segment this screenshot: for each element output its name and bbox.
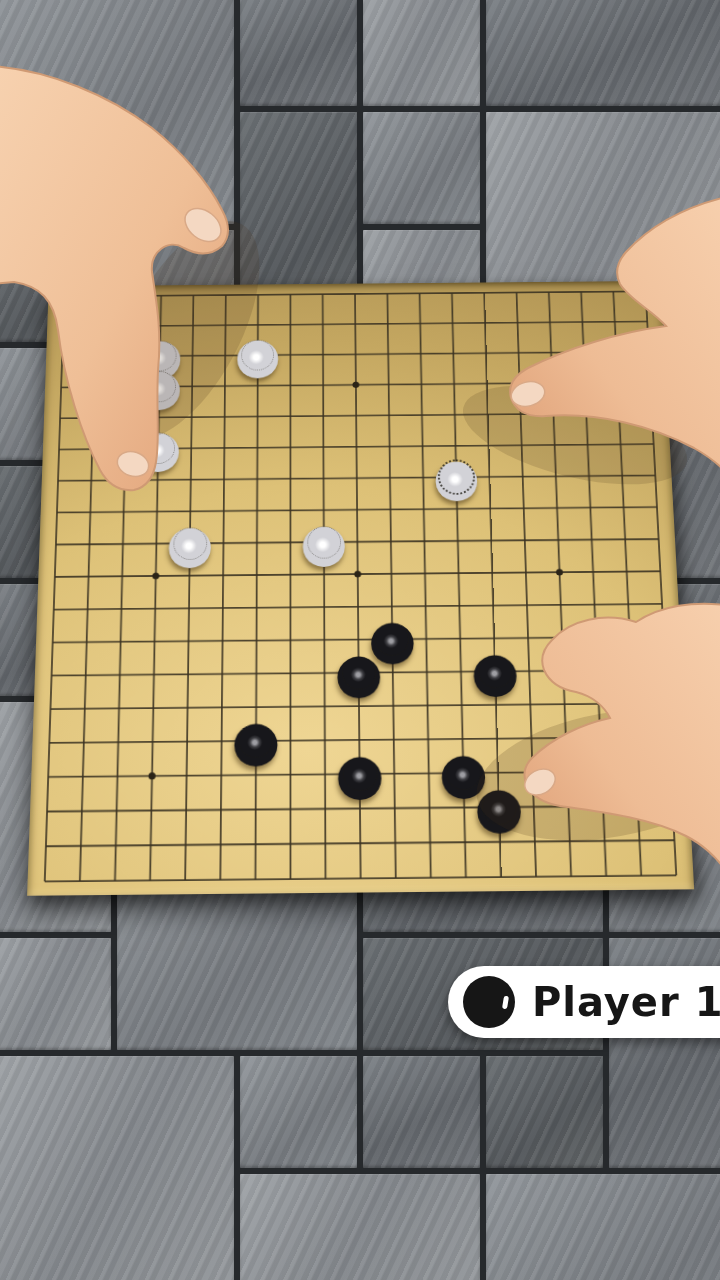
slate-tile <box>486 1174 720 1280</box>
grid-line <box>549 292 571 876</box>
grid-line <box>355 294 361 878</box>
grid-line <box>185 295 193 880</box>
grid-line <box>420 293 431 877</box>
grid-line <box>80 296 97 881</box>
go-board[interactable]: ●●●●●●●●●●●●●● <box>27 281 694 896</box>
grid-line <box>150 296 161 881</box>
grid-line <box>220 295 225 880</box>
grid-line <box>387 294 395 878</box>
slate-tile <box>0 938 111 1050</box>
grid-line <box>484 293 501 877</box>
grid-line <box>613 292 641 876</box>
slate-tile <box>486 0 720 106</box>
grid-line <box>581 292 606 876</box>
grid-line <box>452 293 466 877</box>
grid-line <box>517 292 537 876</box>
slate-tile <box>240 1056 357 1168</box>
grid-line <box>323 294 326 878</box>
slate-tile <box>363 0 480 106</box>
star-point <box>563 769 570 776</box>
grid-line <box>255 295 258 880</box>
black-stone-icon <box>463 976 515 1028</box>
star-point <box>356 770 363 777</box>
slate-tile <box>0 1056 234 1280</box>
player-turn-badge: Player 1 <box>448 966 720 1038</box>
board-grid <box>27 281 694 896</box>
slate-tile <box>0 0 234 224</box>
player-turn-label: Player 1 <box>532 979 720 1025</box>
slate-tile <box>240 0 357 106</box>
star-point <box>354 571 361 578</box>
grid-line <box>115 296 129 881</box>
grid-line <box>45 297 64 882</box>
slate-tile <box>240 1174 480 1280</box>
slate-tile <box>486 1056 603 1168</box>
star-point <box>352 382 359 388</box>
slate-tile <box>363 112 480 224</box>
star-point <box>549 380 556 386</box>
star-point <box>152 573 159 580</box>
star-point <box>148 772 155 779</box>
star-point <box>556 569 563 576</box>
star-point <box>156 383 163 389</box>
slate-tile <box>363 1056 480 1168</box>
